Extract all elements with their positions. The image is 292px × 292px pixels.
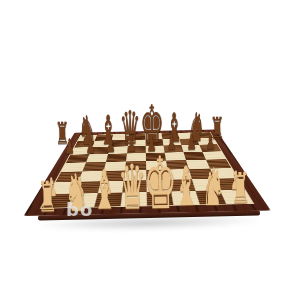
- black-pawn-h7[interactable]: ♟: [205, 132, 215, 153]
- pieces-layer: ♜♞♝♛♚♝♞♜♟♟♟♟♟♟♟♟♟♟♟♟♟♟♟♟♜♞♝♛♚♝♞♜: [0, 0, 292, 292]
- watermark-text: bo: [66, 199, 93, 220]
- chess-set-product-photo: ♜♞♝♛♚♝♞♜♟♟♟♟♟♟♟♟♟♟♟♟♟♟♟♟♜♞♝♛♚♝♞♜ bo: [0, 0, 292, 292]
- white-rook-a1[interactable]: ♜: [37, 176, 57, 218]
- black-pawn-c7[interactable]: ♟: [105, 135, 115, 156]
- black-pawn-b7[interactable]: ♟: [85, 136, 95, 157]
- white-knight-g1[interactable]: ♞: [201, 161, 226, 213]
- white-bishop-f1[interactable]: ♝: [173, 160, 199, 214]
- black-pawn-g7[interactable]: ♟: [186, 132, 196, 153]
- white-bishop-c1[interactable]: ♝: [91, 163, 117, 217]
- white-rook-h1[interactable]: ♜: [230, 167, 250, 209]
- black-pawn-a7[interactable]: ♟: [64, 137, 74, 158]
